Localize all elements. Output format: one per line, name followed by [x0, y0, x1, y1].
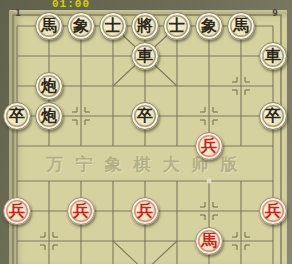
river-watermark-char: 万 [47, 153, 64, 176]
river-watermark-char: 棋 [134, 153, 151, 176]
piece-red-soldier[interactable]: 兵 [67, 197, 95, 225]
file-label-left: 1 [15, 9, 21, 18]
piece-black-general[interactable]: 將 [131, 12, 159, 40]
piece-black-chariot[interactable]: 車 [259, 42, 287, 70]
piece-black-elephant[interactable]: 象 [195, 12, 223, 40]
piece-black-advisor[interactable]: 士 [99, 12, 127, 40]
game-window: 01:00 19 万宁象棋大师版 馬象士將士象馬車車炮卒炮卒卒兵兵兵兵兵馬 [0, 0, 292, 264]
piece-black-soldier[interactable]: 卒 [3, 102, 31, 130]
piece-red-soldier[interactable]: 兵 [195, 132, 223, 160]
piece-red-soldier[interactable]: 兵 [3, 197, 31, 225]
piece-black-elephant[interactable]: 象 [67, 12, 95, 40]
piece-black-chariot[interactable]: 車 [131, 42, 159, 70]
river-watermark-char: 象 [105, 153, 122, 176]
piece-black-soldier[interactable]: 卒 [259, 102, 287, 130]
file-label-right: 9 [272, 9, 278, 18]
river-watermark-char: 大 [163, 153, 180, 176]
piece-black-cannon[interactable]: 炮 [35, 72, 63, 100]
piece-red-soldier[interactable]: 兵 [259, 197, 287, 225]
timer: 01:00 [52, 0, 90, 10]
piece-black-soldier[interactable]: 卒 [131, 102, 159, 130]
piece-black-horse[interactable]: 馬 [227, 12, 255, 40]
river-watermark-char: 宁 [76, 153, 93, 176]
piece-black-horse[interactable]: 馬 [35, 12, 63, 40]
river-watermark-char: 版 [221, 153, 238, 176]
piece-black-cannon[interactable]: 炮 [35, 102, 63, 130]
piece-red-horse[interactable]: 馬 [195, 227, 223, 255]
piece-black-advisor[interactable]: 士 [163, 12, 191, 40]
piece-red-soldier[interactable]: 兵 [131, 197, 159, 225]
